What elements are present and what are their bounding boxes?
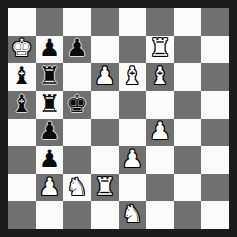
square-e3[interactable]: ♟ bbox=[119, 146, 147, 174]
square-c2[interactable]: ♞ bbox=[63, 174, 91, 202]
square-c5[interactable]: ♚ bbox=[63, 91, 91, 119]
black-bishop: ♝ bbox=[11, 92, 33, 116]
square-e1[interactable]: ♞ bbox=[119, 201, 147, 229]
square-e8[interactable] bbox=[119, 8, 147, 36]
white-pawn: ♟ bbox=[149, 119, 171, 143]
white-king: ♚ bbox=[11, 36, 33, 60]
white-rook: ♜ bbox=[149, 36, 171, 60]
square-h6[interactable] bbox=[201, 63, 229, 91]
square-f8[interactable] bbox=[146, 8, 174, 36]
square-a6[interactable]: ♝ bbox=[8, 63, 36, 91]
square-f1[interactable] bbox=[146, 201, 174, 229]
square-f7[interactable]: ♜ bbox=[146, 36, 174, 64]
square-e2[interactable] bbox=[119, 174, 147, 202]
square-c7[interactable]: ♟ bbox=[63, 36, 91, 64]
square-e5[interactable] bbox=[119, 91, 147, 119]
square-a1[interactable] bbox=[8, 201, 36, 229]
white-bishop: ♝ bbox=[149, 64, 171, 88]
square-g1[interactable] bbox=[174, 201, 202, 229]
square-b5[interactable]: ♜ bbox=[36, 91, 64, 119]
white-pawn: ♟ bbox=[39, 175, 61, 199]
board-grid: ♚♟♟♜♝♜♟♝♝♝♜♚♟♟♟♟♟♞♜♞ bbox=[8, 8, 229, 229]
square-a5[interactable]: ♝ bbox=[8, 91, 36, 119]
black-pawn: ♟ bbox=[66, 36, 88, 60]
square-d3[interactable] bbox=[91, 146, 119, 174]
square-e4[interactable] bbox=[119, 119, 147, 147]
square-c6[interactable] bbox=[63, 63, 91, 91]
square-d5[interactable] bbox=[91, 91, 119, 119]
white-pawn: ♟ bbox=[122, 147, 144, 171]
square-f2[interactable] bbox=[146, 174, 174, 202]
black-rook: ♜ bbox=[39, 92, 61, 116]
square-g3[interactable] bbox=[174, 146, 202, 174]
square-h1[interactable] bbox=[201, 201, 229, 229]
square-b6[interactable]: ♜ bbox=[36, 63, 64, 91]
black-rook: ♜ bbox=[39, 64, 61, 88]
square-g7[interactable] bbox=[174, 36, 202, 64]
square-f3[interactable] bbox=[146, 146, 174, 174]
square-h5[interactable] bbox=[201, 91, 229, 119]
square-f6[interactable]: ♝ bbox=[146, 63, 174, 91]
square-g6[interactable] bbox=[174, 63, 202, 91]
square-b8[interactable] bbox=[36, 8, 64, 36]
square-e7[interactable] bbox=[119, 36, 147, 64]
square-a2[interactable] bbox=[8, 174, 36, 202]
square-g4[interactable] bbox=[174, 119, 202, 147]
black-bishop: ♝ bbox=[11, 64, 33, 88]
white-knight: ♞ bbox=[122, 202, 144, 226]
black-pawn: ♟ bbox=[39, 147, 61, 171]
white-pawn: ♟ bbox=[94, 64, 116, 88]
square-h2[interactable] bbox=[201, 174, 229, 202]
square-d4[interactable] bbox=[91, 119, 119, 147]
square-a3[interactable] bbox=[8, 146, 36, 174]
white-rook: ♜ bbox=[94, 175, 116, 199]
square-d7[interactable] bbox=[91, 36, 119, 64]
square-d6[interactable]: ♟ bbox=[91, 63, 119, 91]
black-pawn: ♟ bbox=[39, 119, 61, 143]
square-b4[interactable]: ♟ bbox=[36, 119, 64, 147]
square-e6[interactable]: ♝ bbox=[119, 63, 147, 91]
square-h3[interactable] bbox=[201, 146, 229, 174]
square-b2[interactable]: ♟ bbox=[36, 174, 64, 202]
square-h4[interactable] bbox=[201, 119, 229, 147]
square-b7[interactable]: ♟ bbox=[36, 36, 64, 64]
square-b1[interactable] bbox=[36, 201, 64, 229]
white-bishop: ♝ bbox=[122, 64, 144, 88]
white-knight: ♞ bbox=[66, 175, 88, 199]
square-d8[interactable] bbox=[91, 8, 119, 36]
chess-board: ♚♟♟♜♝♜♟♝♝♝♜♚♟♟♟♟♟♞♜♞ bbox=[0, 0, 237, 237]
black-king: ♚ bbox=[66, 92, 88, 116]
square-b3[interactable]: ♟ bbox=[36, 146, 64, 174]
square-a8[interactable] bbox=[8, 8, 36, 36]
square-a7[interactable]: ♚ bbox=[8, 36, 36, 64]
square-a4[interactable] bbox=[8, 119, 36, 147]
square-g5[interactable] bbox=[174, 91, 202, 119]
square-c4[interactable] bbox=[63, 119, 91, 147]
black-pawn: ♟ bbox=[39, 36, 61, 60]
square-d1[interactable] bbox=[91, 201, 119, 229]
square-h8[interactable] bbox=[201, 8, 229, 36]
square-f5[interactable] bbox=[146, 91, 174, 119]
square-c8[interactable] bbox=[63, 8, 91, 36]
square-c1[interactable] bbox=[63, 201, 91, 229]
square-d2[interactable]: ♜ bbox=[91, 174, 119, 202]
square-h7[interactable] bbox=[201, 36, 229, 64]
square-g2[interactable] bbox=[174, 174, 202, 202]
square-f4[interactable]: ♟ bbox=[146, 119, 174, 147]
square-c3[interactable] bbox=[63, 146, 91, 174]
square-g8[interactable] bbox=[174, 8, 202, 36]
